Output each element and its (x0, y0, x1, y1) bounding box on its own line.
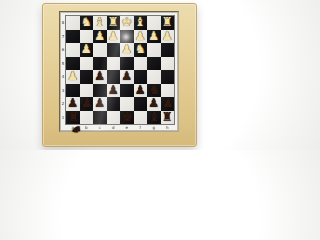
white-pawn: ♟ (81, 43, 92, 57)
square-d3: ♟ (107, 84, 121, 98)
square-c7: ♟ (93, 30, 107, 44)
square-c4: ♟ (93, 70, 107, 84)
square-d7: ♟ (107, 30, 121, 44)
white-rook: ♜ (162, 16, 173, 30)
white-knight: ♞ (135, 43, 146, 57)
square-f3: ♟ (134, 84, 148, 98)
square-b8: ♞ (80, 16, 94, 30)
square-f6: ♞ (134, 43, 148, 57)
square-h5 (161, 57, 175, 71)
black-bishop: ♝ (148, 110, 159, 124)
file-label-d: d (107, 124, 121, 130)
square-a4: ♟ (66, 70, 80, 84)
square-h6 (161, 43, 175, 57)
square-d2 (107, 97, 121, 111)
white-pawn: ♟ (108, 29, 119, 43)
black-rook: ♜ (162, 110, 173, 124)
square-a7 (66, 30, 80, 44)
square-h4 (161, 70, 175, 84)
square-f5 (134, 57, 148, 71)
white-rook: ♜ (108, 16, 119, 30)
black-pawn: ♟ (94, 70, 105, 84)
square-d5 (107, 57, 121, 71)
square-d1 (107, 111, 121, 125)
file-label-f: f (134, 124, 148, 130)
square-b4 (80, 70, 94, 84)
square-a8 (66, 16, 80, 30)
file-label-e: e (120, 124, 134, 130)
white-pawn: ♟ (121, 43, 132, 57)
square-g7: ♟ (147, 30, 161, 44)
square-b5 (80, 57, 94, 71)
square-f2 (134, 97, 148, 111)
square-e8: ♚ (120, 16, 134, 30)
white-pawn: ♟ (162, 29, 173, 43)
file-label-c: c (93, 124, 107, 130)
square-e3 (120, 84, 134, 98)
white-pawn: ♟ (67, 70, 78, 84)
white-bishop: ♝ (135, 16, 146, 30)
white-pawn: ♟ (148, 29, 159, 43)
square-a6 (66, 43, 80, 57)
square-e1: ♚ (120, 111, 134, 125)
square-c6 (93, 43, 107, 57)
fallen-knight-icon: ♞ (69, 121, 83, 135)
white-pawn: ♟ (94, 29, 105, 43)
square-d6 (107, 43, 121, 57)
black-king: ♚ (121, 110, 132, 124)
black-pawn: ♟ (135, 83, 146, 97)
black-pawn: ♟ (121, 70, 132, 84)
white-king: ♚ (121, 16, 132, 30)
square-b6: ♟ (80, 43, 94, 57)
square-c1 (93, 111, 107, 125)
white-bishop: ♝ (94, 16, 105, 30)
square-h1: ♜ (161, 111, 175, 125)
file-label-h: h (161, 124, 175, 130)
file-label-g: g (147, 124, 161, 130)
black-pawn: ♟ (148, 97, 159, 111)
black-pawn: ♟ (162, 97, 173, 111)
black-pawn: ♟ (108, 83, 119, 97)
black-knight: ♞ (148, 83, 159, 97)
square-g5 (147, 57, 161, 71)
board-grid: ♞♝♜♚♝♜♟♟♟♟♟♟♟♞♟♟♟♟♟♞♟♟♟♟♟♜♚♝♜ (66, 16, 174, 124)
black-pawn: ♟ (94, 97, 105, 111)
square-e6: ♟ (120, 43, 134, 57)
black-pawn: ♟ (67, 97, 78, 111)
black-pawn: ♟ (81, 97, 92, 111)
white-knight: ♞ (81, 16, 92, 30)
square-c2: ♟ (93, 97, 107, 111)
square-h7: ♟ (161, 30, 175, 44)
square-g6 (147, 43, 161, 57)
square-f1 (134, 111, 148, 125)
square-g1: ♝ (147, 111, 161, 125)
square-b2: ♟ (80, 97, 94, 111)
white-pawn: ♟ (135, 29, 146, 43)
square-e4: ♟ (120, 70, 134, 84)
